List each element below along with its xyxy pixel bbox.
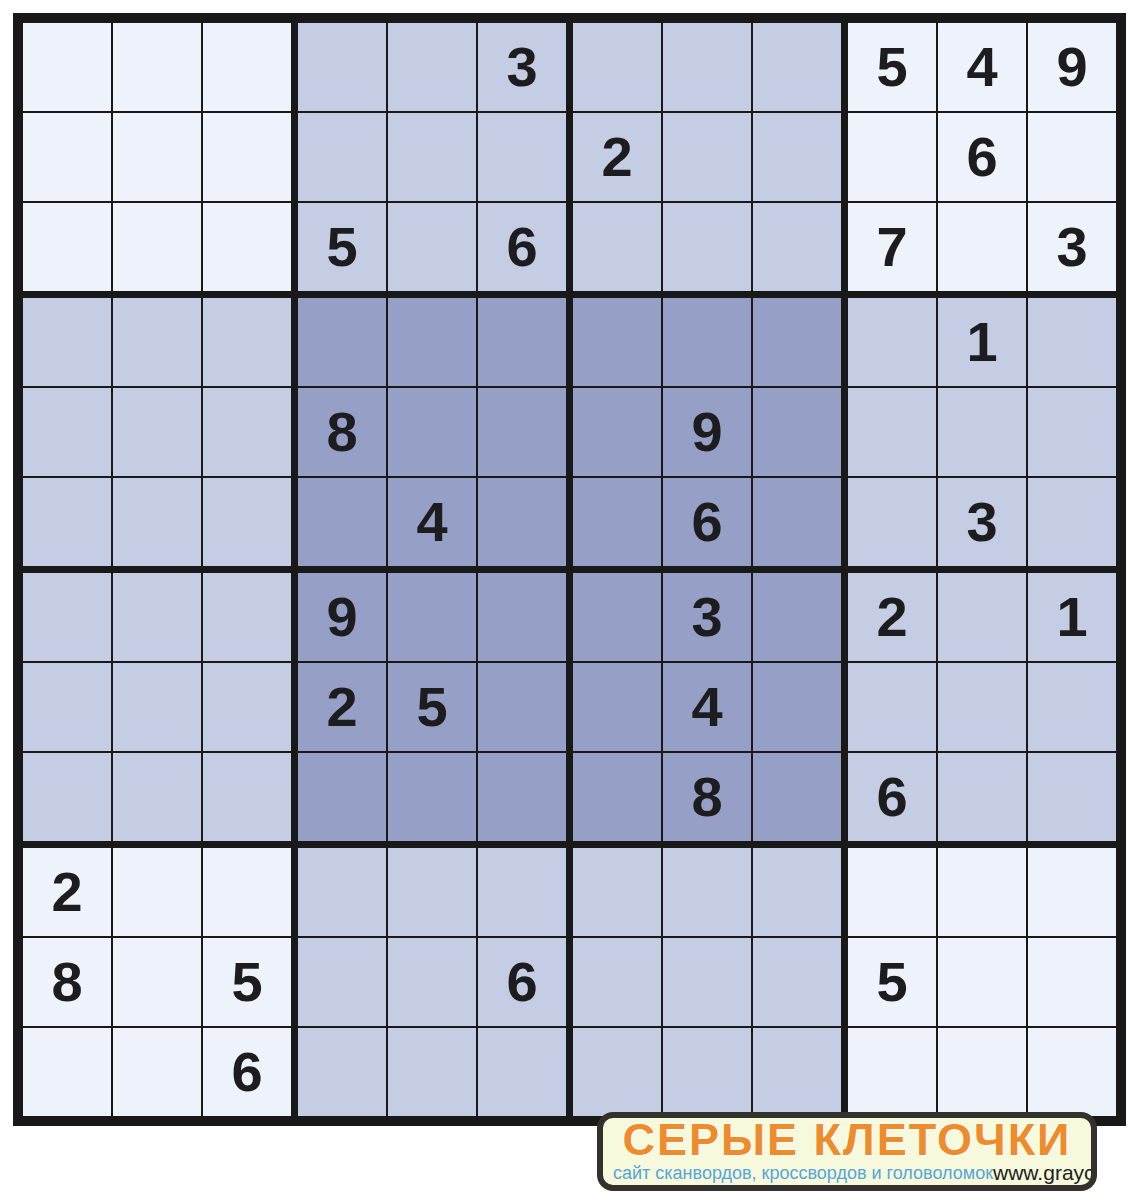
cell-r12c11[interactable] [938, 1028, 1026, 1116]
cell-r12c7[interactable] [573, 1028, 661, 1116]
cell-r7c1[interactable] [23, 573, 111, 661]
cell-r7c8[interactable]: 3 [663, 573, 751, 661]
cell-r7c11[interactable] [938, 573, 1026, 661]
cell-r4c6[interactable] [478, 298, 566, 386]
cell-r12c4[interactable] [298, 1028, 386, 1116]
cell-r6c8[interactable]: 6 [663, 478, 751, 566]
cell-r12c12[interactable] [1028, 1028, 1116, 1116]
cell-r8c1[interactable] [23, 663, 111, 751]
cell-r2c8[interactable] [663, 113, 751, 201]
block-r2c2: 84 [298, 298, 566, 566]
cell-r7c6[interactable] [478, 573, 566, 661]
cell-r11c9[interactable] [753, 938, 841, 1026]
cell-r5c1[interactable] [23, 388, 111, 476]
cell-r2c1[interactable] [23, 113, 111, 201]
cell-r10c8[interactable] [663, 848, 751, 936]
cell-r9c12[interactable] [1028, 753, 1116, 841]
cell-r10c10[interactable] [848, 848, 936, 936]
cell-r6c2[interactable] [113, 478, 201, 566]
cell-r3c12[interactable]: 3 [1028, 203, 1116, 291]
cell-r12c8[interactable] [663, 1028, 751, 1116]
block-r3c4: 216 [848, 573, 1116, 841]
cell-r8c8[interactable]: 4 [663, 663, 751, 751]
cell-r5c4[interactable]: 8 [298, 388, 386, 476]
cell-r1c7[interactable] [573, 23, 661, 111]
block-r4c2: 6 [298, 848, 566, 1116]
cell-r11c12[interactable] [1028, 938, 1116, 1026]
cell-r5c5[interactable] [388, 388, 476, 476]
cell-r8c10[interactable] [848, 663, 936, 751]
cell-r10c9[interactable] [753, 848, 841, 936]
cell-r6c9[interactable] [753, 478, 841, 566]
cell-r7c10[interactable]: 2 [848, 573, 936, 661]
cell-r12c3[interactable]: 6 [203, 1028, 291, 1116]
cell-r9c11[interactable] [938, 753, 1026, 841]
cell-r10c6[interactable] [478, 848, 566, 936]
block-r2c1 [23, 298, 291, 566]
cell-r3c10[interactable]: 7 [848, 203, 936, 291]
cell-r5c2[interactable] [113, 388, 201, 476]
cell-r3c11[interactable] [938, 203, 1026, 291]
cell-r2c3[interactable] [203, 113, 291, 201]
site-logo-subline: сайт сканвордов, кроссвордов и головолом… [603, 1162, 1091, 1186]
cell-r2c6[interactable] [478, 113, 566, 201]
cell-r9c9[interactable] [753, 753, 841, 841]
cell-r5c7[interactable] [573, 388, 661, 476]
block-r4c4: 5 [848, 848, 1116, 1116]
block-r2c4: 13 [848, 298, 1116, 566]
cell-r9c2[interactable] [113, 753, 201, 841]
cell-r12c6[interactable] [478, 1028, 566, 1116]
cell-r9c6[interactable] [478, 753, 566, 841]
block-r3c1 [23, 573, 291, 841]
cell-r4c4[interactable] [298, 298, 386, 386]
cell-r4c7[interactable] [573, 298, 661, 386]
cell-r4c2[interactable] [113, 298, 201, 386]
site-url-link[interactable]: www.graycell.ru [993, 1162, 1097, 1183]
cell-r10c11[interactable] [938, 848, 1026, 936]
cell-r11c11[interactable] [938, 938, 1026, 1026]
cell-r1c5[interactable] [388, 23, 476, 111]
block-r4c3 [573, 848, 841, 1116]
cell-r10c7[interactable] [573, 848, 661, 936]
cell-r1c6[interactable]: 3 [478, 23, 566, 111]
cell-r4c11[interactable]: 1 [938, 298, 1026, 386]
cell-r2c10[interactable] [848, 113, 936, 201]
block-r3c3: 348 [573, 573, 841, 841]
cell-r12c9[interactable] [753, 1028, 841, 1116]
cell-r6c11[interactable]: 3 [938, 478, 1026, 566]
cell-r8c7[interactable] [573, 663, 661, 751]
cell-r10c4[interactable] [298, 848, 386, 936]
cell-r1c10[interactable]: 5 [848, 23, 936, 111]
cell-r4c1[interactable] [23, 298, 111, 386]
cell-r10c12[interactable] [1028, 848, 1116, 936]
cell-r3c1[interactable] [23, 203, 111, 291]
cell-r6c7[interactable] [573, 478, 661, 566]
cell-r3c9[interactable] [753, 203, 841, 291]
cell-r11c3[interactable]: 5 [203, 938, 291, 1026]
cell-r2c9[interactable] [753, 113, 841, 201]
cell-r11c4[interactable] [298, 938, 386, 1026]
cell-r1c11[interactable]: 4 [938, 23, 1026, 111]
cell-r4c3[interactable] [203, 298, 291, 386]
cell-r12c1[interactable] [23, 1028, 111, 1116]
cell-r10c3[interactable] [203, 848, 291, 936]
cell-r7c4[interactable]: 9 [298, 573, 386, 661]
cell-r1c2[interactable] [113, 23, 201, 111]
cell-r3c7[interactable] [573, 203, 661, 291]
cell-r8c9[interactable] [753, 663, 841, 751]
cell-r3c6[interactable]: 6 [478, 203, 566, 291]
cell-r2c4[interactable] [298, 113, 386, 201]
cell-r3c3[interactable] [203, 203, 291, 291]
cell-r2c5[interactable] [388, 113, 476, 201]
cell-r3c4[interactable]: 5 [298, 203, 386, 291]
cell-r5c12[interactable] [1028, 388, 1116, 476]
cell-r4c12[interactable] [1028, 298, 1116, 386]
cell-r5c3[interactable] [203, 388, 291, 476]
block-r3c2: 925 [298, 573, 566, 841]
cell-r1c12[interactable]: 9 [1028, 23, 1116, 111]
cell-r8c6[interactable] [478, 663, 566, 751]
cell-r7c7[interactable] [573, 573, 661, 661]
cell-r6c12[interactable] [1028, 478, 1116, 566]
cell-r5c6[interactable] [478, 388, 566, 476]
cell-r1c1[interactable] [23, 23, 111, 111]
cell-r8c4[interactable]: 2 [298, 663, 386, 751]
cell-r5c8[interactable]: 9 [663, 388, 751, 476]
cell-r7c5[interactable] [388, 573, 476, 661]
cell-r9c3[interactable] [203, 753, 291, 841]
cell-r7c9[interactable] [753, 573, 841, 661]
cell-r1c3[interactable] [203, 23, 291, 111]
cell-r11c6[interactable]: 6 [478, 938, 566, 1026]
block-r1c3: 2 [573, 23, 841, 291]
site-logo-title: СЕРЫЕ КЛЕТОЧКИ [603, 1118, 1091, 1162]
cell-r7c2[interactable] [113, 573, 201, 661]
cell-r11c5[interactable] [388, 938, 476, 1026]
cell-r5c10[interactable] [848, 388, 936, 476]
block-r1c1 [23, 23, 291, 291]
cell-r6c5[interactable]: 4 [388, 478, 476, 566]
cell-r4c5[interactable] [388, 298, 476, 386]
site-logo: СЕРЫЕ КЛЕТОЧКИ сайт сканвордов, кроссвор… [597, 1112, 1097, 1191]
cell-r4c8[interactable] [663, 298, 751, 386]
cell-r10c5[interactable] [388, 848, 476, 936]
cell-r11c7[interactable] [573, 938, 661, 1026]
cell-r2c7[interactable]: 2 [573, 113, 661, 201]
cell-r6c6[interactable] [478, 478, 566, 566]
cell-r9c7[interactable] [573, 753, 661, 841]
cell-r12c10[interactable] [848, 1028, 936, 1116]
site-tagline: сайт сканвордов, кроссвордов и головолом… [613, 1163, 993, 1183]
cell-r12c5[interactable] [388, 1028, 476, 1116]
cell-r1c9[interactable] [753, 23, 841, 111]
puzzle-image: 3562549673849613925348216285665 СЕРЫЕ КЛ… [0, 0, 1138, 1200]
cell-r2c11[interactable]: 6 [938, 113, 1026, 201]
cell-r2c2[interactable] [113, 113, 201, 201]
block-r1c2: 356 [298, 23, 566, 291]
cell-r9c10[interactable]: 6 [848, 753, 936, 841]
cell-r4c10[interactable] [848, 298, 936, 386]
cell-r1c4[interactable] [298, 23, 386, 111]
cell-r8c5[interactable]: 5 [388, 663, 476, 751]
block-r4c1: 2856 [23, 848, 291, 1116]
cell-r12c2[interactable] [113, 1028, 201, 1116]
cell-r11c2[interactable] [113, 938, 201, 1026]
cell-r8c3[interactable] [203, 663, 291, 751]
cell-r11c8[interactable] [663, 938, 751, 1026]
cell-r4c9[interactable] [753, 298, 841, 386]
cell-r6c3[interactable] [203, 478, 291, 566]
cell-r8c12[interactable] [1028, 663, 1116, 751]
cell-r5c11[interactable] [938, 388, 1026, 476]
cell-r5c9[interactable] [753, 388, 841, 476]
cell-r7c3[interactable] [203, 573, 291, 661]
cell-r3c8[interactable] [663, 203, 751, 291]
cell-r8c11[interactable] [938, 663, 1026, 751]
sudoku-board: 3562549673849613925348216285665 [13, 13, 1126, 1126]
cell-r3c5[interactable] [388, 203, 476, 291]
block-r1c4: 549673 [848, 23, 1116, 291]
cell-r9c4[interactable] [298, 753, 386, 841]
cell-r6c1[interactable] [23, 478, 111, 566]
cell-r10c2[interactable] [113, 848, 201, 936]
cell-r9c1[interactable] [23, 753, 111, 841]
cell-r9c8[interactable]: 8 [663, 753, 751, 841]
cell-r1c8[interactable] [663, 23, 751, 111]
cell-r11c1[interactable]: 8 [23, 938, 111, 1026]
cell-r10c1[interactable]: 2 [23, 848, 111, 936]
cell-r9c5[interactable] [388, 753, 476, 841]
cell-r3c2[interactable] [113, 203, 201, 291]
cell-r11c10[interactable]: 5 [848, 938, 936, 1026]
cell-r8c2[interactable] [113, 663, 201, 751]
block-r2c3: 96 [573, 298, 841, 566]
cell-r6c10[interactable] [848, 478, 936, 566]
cell-r6c4[interactable] [298, 478, 386, 566]
cell-r7c12[interactable]: 1 [1028, 573, 1116, 661]
cell-r2c12[interactable] [1028, 113, 1116, 201]
